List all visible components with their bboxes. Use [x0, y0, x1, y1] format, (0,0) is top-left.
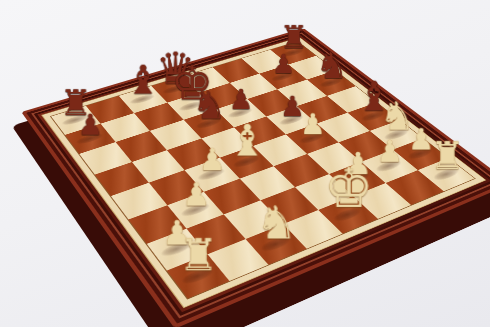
- white-pawn-glyph: ♟: [157, 179, 236, 211]
- white-pawn-glyph: ♟: [277, 111, 348, 140]
- white-king-glyph: ♚: [309, 160, 389, 215]
- white-knight-glyph: ♞: [235, 199, 318, 245]
- scene: ♜♟♞♛♝♚♟♝♟♜♞♞♟♟♟♝♟♜♟♟♟♚♞♟♜: [0, 0, 490, 327]
- white-rook-glyph: ♜: [156, 233, 242, 277]
- black-pawn-glyph: ♟: [55, 111, 126, 140]
- white-rook-glyph: ♜: [409, 137, 484, 176]
- white-pawn-glyph: ♟: [175, 145, 250, 175]
